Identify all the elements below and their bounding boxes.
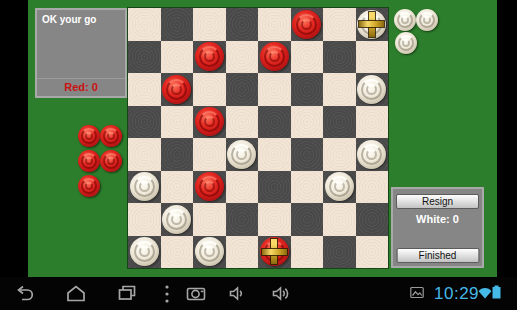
square-b3[interactable] [161,171,194,204]
red-man-piece [100,125,122,147]
finished-button[interactable]: Finished [396,248,479,263]
square-c2[interactable] [193,203,226,236]
square-h4[interactable] [356,138,389,171]
back-button[interactable] [13,282,37,306]
square-f6[interactable] [291,73,324,106]
white-man-piece[interactable] [162,205,191,234]
square-c8[interactable] [193,8,226,41]
square-g8[interactable] [323,8,356,41]
clock: 10:29 [434,284,479,304]
square-a8[interactable] [128,8,161,41]
square-a1[interactable] [128,236,161,269]
square-c5[interactable] [193,106,226,139]
square-f5[interactable] [291,106,324,139]
square-a7[interactable] [128,41,161,74]
camera-button[interactable] [185,282,209,306]
square-d8[interactable] [226,8,259,41]
square-b1[interactable] [161,236,194,269]
red-man-piece[interactable] [260,42,289,71]
square-e2[interactable] [258,203,291,236]
square-c6[interactable] [193,73,226,106]
square-e5[interactable] [258,106,291,139]
square-e1[interactable] [258,236,291,269]
square-d7[interactable] [226,41,259,74]
square-b4[interactable] [161,138,194,171]
red-man-piece[interactable] [195,172,224,201]
red-man-piece [78,125,100,147]
square-d3[interactable] [226,171,259,204]
white-man-piece [416,9,438,31]
square-f8[interactable] [291,8,324,41]
square-b2[interactable] [161,203,194,236]
white-man-piece[interactable] [130,237,159,266]
tablet-screen: OK your go Red: 0 Resign White: 0 Finish… [0,0,517,310]
recents-button[interactable] [115,282,139,306]
king-crown-marker [357,10,386,39]
red-man-piece[interactable] [195,107,224,136]
king-crown-marker [260,237,289,266]
red-man-piece [78,175,100,197]
square-f2[interactable] [291,203,324,236]
square-g2[interactable] [323,203,356,236]
square-c1[interactable] [193,236,226,269]
red-king-piece[interactable] [260,237,289,266]
red-man-piece[interactable] [195,42,224,71]
square-a5[interactable] [128,106,161,139]
white-man-piece[interactable] [357,75,386,104]
square-h2[interactable] [356,203,389,236]
menu-button[interactable] [155,282,179,306]
square-e3[interactable] [258,171,291,204]
square-h6[interactable] [356,73,389,106]
square-h5[interactable] [356,106,389,139]
square-e8[interactable] [258,8,291,41]
square-a2[interactable] [128,203,161,236]
square-a4[interactable] [128,138,161,171]
square-g1[interactable] [323,236,356,269]
square-c3[interactable] [193,171,226,204]
status-bar-cluster[interactable] [410,285,424,303]
resign-button[interactable]: Resign [396,194,479,209]
square-d1[interactable] [226,236,259,269]
square-e4[interactable] [258,138,291,171]
red-man-piece [78,150,100,172]
red-man-piece[interactable] [292,10,321,39]
square-h7[interactable] [356,41,389,74]
red-man-piece[interactable] [162,75,191,104]
white-man-piece[interactable] [130,172,159,201]
square-f3[interactable] [291,171,324,204]
square-f7[interactable] [291,41,324,74]
square-a6[interactable] [128,73,161,106]
square-g6[interactable] [323,73,356,106]
red-man-piece [100,150,122,172]
white-man-piece [395,32,417,54]
square-f4[interactable] [291,138,324,171]
white-king-piece[interactable] [357,10,386,39]
white-man-piece[interactable] [195,237,224,266]
square-b8[interactable] [161,8,194,41]
white-man-piece[interactable] [325,172,354,201]
square-g7[interactable] [323,41,356,74]
square-b6[interactable] [161,73,194,106]
square-g3[interactable] [323,171,356,204]
player-panel: Resign White: 0 Finished [391,187,484,268]
square-h3[interactable] [356,171,389,204]
volume-up-button[interactable] [269,282,293,306]
square-h1[interactable] [356,236,389,269]
wifi-icon [478,285,492,303]
battery-icon [492,285,501,303]
android-nav-bar: 10:29 [0,277,517,310]
home-button[interactable] [64,282,88,306]
square-a3[interactable] [128,171,161,204]
square-b7[interactable] [161,41,194,74]
square-e7[interactable] [258,41,291,74]
square-b5[interactable] [161,106,194,139]
white-score: White: 0 [393,213,482,225]
white-man-piece[interactable] [227,140,256,169]
turn-status-message: OK your go [37,10,125,25]
square-g5[interactable] [323,106,356,139]
square-d4[interactable] [226,138,259,171]
red-score: Red: 0 [37,78,125,96]
square-d5[interactable] [226,106,259,139]
white-man-piece[interactable] [357,140,386,169]
screenshot-notification-icon [410,285,424,302]
square-d6[interactable] [226,73,259,106]
square-g4[interactable] [323,138,356,171]
board [128,8,388,268]
checkers-app: OK your go Red: 0 Resign White: 0 Finish… [28,0,497,277]
square-c7[interactable] [193,41,226,74]
square-e6[interactable] [258,73,291,106]
square-h8[interactable] [356,8,389,41]
square-d2[interactable] [226,203,259,236]
white-man-piece [394,9,416,31]
square-c4[interactable] [193,138,226,171]
turn-status-panel: OK your go Red: 0 [35,8,127,98]
volume-down-button[interactable] [226,282,250,306]
square-f1[interactable] [291,236,324,269]
